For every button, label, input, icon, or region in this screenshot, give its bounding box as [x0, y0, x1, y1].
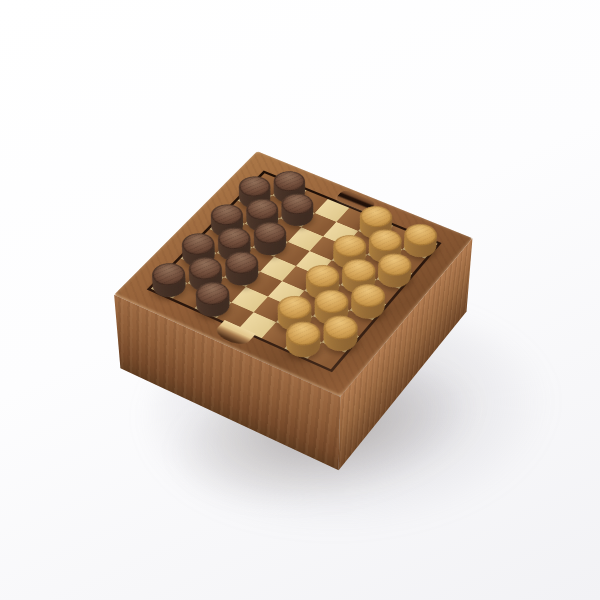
scene: [0, 0, 600, 600]
checker-piece-dark[interactable]: [147, 271, 192, 302]
checker-piece-light[interactable]: [280, 329, 326, 362]
board-square-4-7[interactable]: [239, 312, 276, 338]
board-square-3-0[interactable]: [315, 199, 350, 222]
checker-piece-dark[interactable]: [190, 290, 235, 321]
